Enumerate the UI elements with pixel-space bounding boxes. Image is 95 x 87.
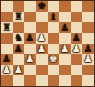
square-h6[interactable] (82, 22, 94, 33)
square-c2[interactable] (24, 65, 36, 76)
square-c7[interactable] (24, 12, 36, 23)
square-e8[interactable] (48, 1, 60, 12)
white-pawn-icon: ♟ (72, 44, 81, 54)
chess-diagram: ♚♜♝♜♟♞♟♟♟♟♟♟♟♟♟♟♚♟♟♟ (0, 0, 95, 87)
square-a3[interactable]: ♟ (1, 54, 13, 65)
square-e5[interactable] (48, 33, 60, 44)
square-d4[interactable]: ♟ (36, 44, 48, 55)
square-a6[interactable]: ♜ (1, 22, 13, 33)
square-a7[interactable] (1, 12, 13, 23)
square-b7[interactable]: ♜ (13, 12, 25, 23)
square-a8[interactable] (1, 1, 13, 12)
square-e7[interactable]: ♝ (48, 12, 60, 23)
square-f6[interactable]: ♟ (59, 22, 71, 33)
square-a5[interactable] (1, 33, 13, 44)
square-f8[interactable] (59, 1, 71, 12)
square-c8[interactable] (24, 1, 36, 12)
square-e1[interactable] (48, 75, 60, 86)
square-b1[interactable] (13, 75, 25, 86)
square-h8[interactable] (82, 1, 94, 12)
black-pawn-icon: ♟ (72, 33, 81, 43)
square-f5[interactable] (59, 33, 71, 44)
square-c5[interactable]: ♟ (24, 33, 36, 44)
square-g3[interactable] (71, 54, 83, 65)
square-d5[interactable]: ♟ (36, 33, 48, 44)
square-f3[interactable] (59, 54, 71, 65)
square-h2[interactable] (82, 65, 94, 76)
square-d3[interactable] (36, 54, 48, 65)
white-pawn-icon: ♟ (26, 54, 35, 64)
black-pawn-icon: ♟ (14, 44, 23, 54)
white-king-icon: ♚ (49, 54, 58, 64)
square-e2[interactable] (48, 65, 60, 76)
black-rook-icon: ♜ (2, 22, 11, 32)
square-f7[interactable] (59, 12, 71, 23)
white-pawn-icon: ♟ (14, 65, 23, 75)
square-g8[interactable] (71, 1, 83, 12)
square-d6[interactable] (36, 22, 48, 33)
square-g7[interactable] (71, 12, 83, 23)
square-a4[interactable] (1, 44, 13, 55)
white-pawn-icon: ♟ (84, 54, 93, 64)
square-e4[interactable] (48, 44, 60, 55)
square-d7[interactable] (36, 12, 48, 23)
square-e3[interactable]: ♚ (48, 54, 60, 65)
white-pawn-icon: ♟ (2, 65, 11, 75)
black-knight-icon: ♞ (14, 33, 23, 43)
square-f2[interactable] (59, 65, 71, 76)
black-king-icon: ♚ (37, 1, 46, 11)
black-pawn-icon: ♟ (60, 22, 69, 32)
white-pawn-icon: ♟ (60, 44, 69, 54)
square-a2[interactable]: ♟ (1, 65, 13, 76)
square-b6[interactable] (13, 22, 25, 33)
square-b5[interactable]: ♞ (13, 33, 25, 44)
square-b4[interactable]: ♟ (13, 44, 25, 55)
square-b8[interactable] (13, 1, 25, 12)
square-b2[interactable]: ♟ (13, 65, 25, 76)
square-g1[interactable] (71, 75, 83, 86)
white-pawn-icon: ♟ (37, 33, 46, 43)
white-pawn-icon: ♟ (37, 44, 46, 54)
square-h3[interactable]: ♟ (82, 54, 94, 65)
square-e6[interactable] (48, 22, 60, 33)
square-f1[interactable] (59, 75, 71, 86)
square-h5[interactable] (82, 33, 94, 44)
square-a1[interactable] (1, 75, 13, 86)
square-g5[interactable]: ♟ (71, 33, 83, 44)
square-c3[interactable]: ♟ (24, 54, 36, 65)
black-pawn-icon: ♟ (2, 54, 11, 64)
black-pawn-icon: ♟ (84, 44, 93, 54)
square-h4[interactable]: ♟ (82, 44, 94, 55)
chess-board: ♚♜♝♜♟♞♟♟♟♟♟♟♟♟♟♟♚♟♟♟ (0, 0, 95, 87)
square-f4[interactable]: ♟ (59, 44, 71, 55)
square-g6[interactable] (71, 22, 83, 33)
square-h7[interactable] (82, 12, 94, 23)
square-g4[interactable]: ♟ (71, 44, 83, 55)
square-d2[interactable] (36, 65, 48, 76)
black-rook-icon: ♜ (14, 12, 23, 22)
square-d1[interactable] (36, 75, 48, 86)
square-c1[interactable] (24, 75, 36, 86)
square-c4[interactable] (24, 44, 36, 55)
square-h1[interactable] (82, 75, 94, 86)
square-b3[interactable] (13, 54, 25, 65)
square-d8[interactable]: ♚ (36, 1, 48, 12)
square-g2[interactable] (71, 65, 83, 76)
black-bishop-icon: ♝ (49, 12, 58, 22)
square-c6[interactable] (24, 22, 36, 33)
black-pawn-icon: ♟ (26, 33, 35, 43)
